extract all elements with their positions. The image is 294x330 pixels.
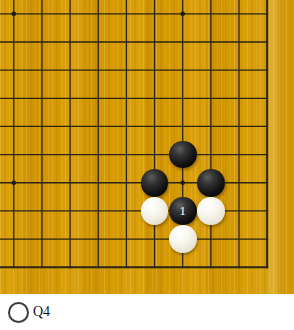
move-caption: Q4 <box>0 294 294 330</box>
stone-black-P4 <box>141 169 169 197</box>
stone-move-number: 1 <box>179 204 186 219</box>
caption-coordinate: Q4 <box>33 304 50 320</box>
stone-white-P3 <box>141 197 169 225</box>
stone-black-Q5 <box>169 141 197 169</box>
stone-white-Q2 <box>169 225 197 253</box>
stone-black-Q3: 1 <box>169 197 197 225</box>
go-board[interactable]: 1 <box>0 0 294 294</box>
stone-black-R4 <box>197 169 225 197</box>
stone-layer: 1 <box>0 0 294 294</box>
go-diagram: 1 Q4 <box>0 0 294 330</box>
white-stone-icon <box>8 302 29 323</box>
stone-white-R3 <box>197 197 225 225</box>
